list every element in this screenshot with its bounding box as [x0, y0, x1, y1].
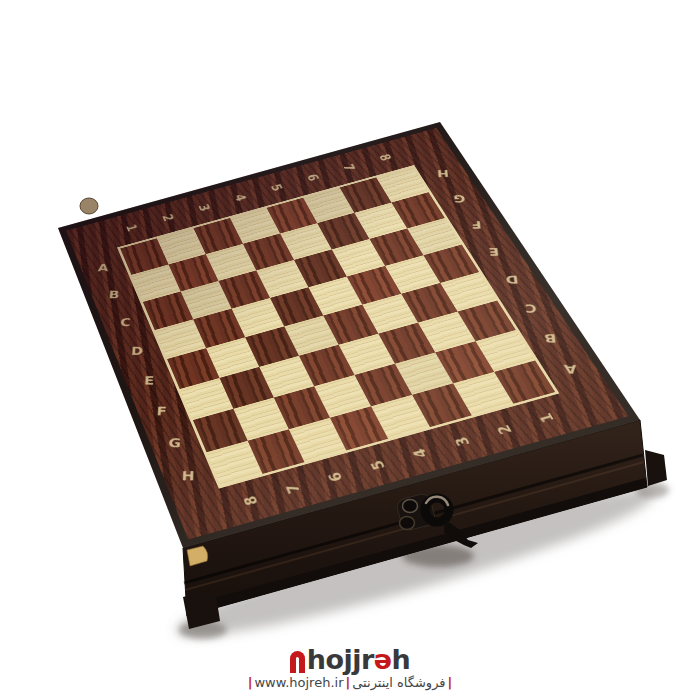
hojreh-arch-icon [290, 651, 305, 673]
coord-label-left-C: C [103, 307, 149, 337]
site-url: www.hojreh.ir [254, 675, 343, 690]
coord-label-left-D: D [114, 335, 160, 366]
coord-label-left-G: G [150, 426, 198, 461]
coord-label-right-F: F [452, 210, 500, 239]
coord-label-right-E: E [469, 237, 519, 267]
separator-bar: | [448, 675, 453, 690]
coord-label-left-E: E [126, 365, 173, 397]
persian-store-label: فروشگاه اینترنتی [352, 675, 445, 690]
separator-bar: | [346, 675, 351, 690]
logo-text: hojjrəh [307, 647, 411, 673]
separator-bar: | [248, 675, 253, 690]
coord-label-right-H: H [420, 159, 466, 187]
coord-label-left-F: F [138, 395, 186, 428]
coord-label-right-G: G [436, 184, 483, 213]
product-photo-stage: 12345678 87654321 ABCDEFGH HGFEDCBA hojj… [0, 0, 700, 700]
coord-label-left-B: B [92, 280, 137, 310]
watermark: hojjrəh |www.hojreh.ir|فروشگاه اینترنتی| [0, 641, 700, 690]
coord-label-left-H: H [164, 458, 213, 494]
coord-label-left-A: A [81, 253, 125, 282]
coord-label-right-D: D [487, 264, 538, 295]
hinge-knob-icon [80, 198, 98, 214]
watermark-tagline: |www.hojreh.ir|فروشگاه اینترنتی| [0, 675, 700, 690]
box-foot-right [645, 450, 667, 486]
hojreh-logo: hojjrəh [0, 641, 700, 673]
board-field [117, 165, 559, 489]
